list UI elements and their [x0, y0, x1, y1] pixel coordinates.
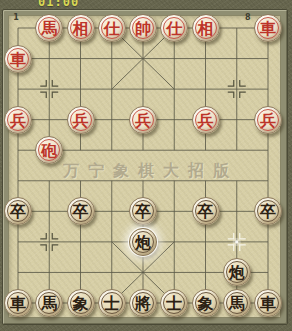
- piece-black-cannon[interactable]: 炮: [129, 228, 157, 256]
- piece-character: 車: [5, 46, 31, 72]
- piece-character: 兵: [68, 107, 94, 133]
- piece-red-cannon[interactable]: 砲: [35, 136, 63, 164]
- piece-character: 卒: [68, 198, 94, 224]
- piece-character: 相: [68, 15, 94, 41]
- piece-character: 卒: [193, 198, 219, 224]
- piece-red-elephant[interactable]: 相: [67, 14, 95, 42]
- piece-black-horse[interactable]: 馬: [223, 289, 251, 317]
- piece-black-general[interactable]: 將: [129, 289, 157, 317]
- piece-character: 炮: [130, 229, 156, 255]
- piece-character: 帥: [130, 15, 156, 41]
- piece-black-elephant[interactable]: 象: [192, 289, 220, 317]
- piece-character: 兵: [255, 107, 281, 133]
- piece-character: 兵: [5, 107, 31, 133]
- piece-red-soldier[interactable]: 兵: [192, 106, 220, 134]
- piece-black-cannon[interactable]: 炮: [223, 258, 251, 286]
- piece-black-soldier[interactable]: 卒: [192, 197, 220, 225]
- piece-character: 馬: [36, 15, 62, 41]
- piece-character: 卒: [5, 198, 31, 224]
- piece-black-chariot[interactable]: 車: [254, 289, 282, 317]
- piece-red-soldier[interactable]: 兵: [254, 106, 282, 134]
- piece-character: 仕: [161, 15, 187, 41]
- piece-character: 士: [99, 290, 125, 316]
- piece-character: 車: [5, 290, 31, 316]
- piece-character: 車: [255, 290, 281, 316]
- xiangqi-board[interactable]: 馬相仕帥仕相車車兵兵兵兵兵砲卒卒卒卒炮卒炮車馬象士將士象馬車: [2, 13, 283, 319]
- piece-red-general[interactable]: 帥: [129, 14, 157, 42]
- piece-character: 砲: [36, 137, 62, 163]
- clock-timer: 01:00: [38, 0, 79, 9]
- piece-red-chariot[interactable]: 車: [4, 45, 32, 73]
- xiangqi-app: 01:00 万宁象棋大招版 馬相仕帥仕相車車兵兵兵兵兵砲卒卒卒卒炮卒炮車馬象士將…: [0, 0, 292, 331]
- piece-red-soldier[interactable]: 兵: [67, 106, 95, 134]
- piece-black-advisor[interactable]: 士: [98, 289, 126, 317]
- piece-black-soldier[interactable]: 卒: [254, 197, 282, 225]
- piece-character: 仕: [99, 15, 125, 41]
- piece-red-horse[interactable]: 馬: [35, 14, 63, 42]
- piece-character: 兵: [193, 107, 219, 133]
- piece-black-chariot[interactable]: 車: [4, 289, 32, 317]
- piece-red-soldier[interactable]: 兵: [129, 106, 157, 134]
- piece-black-elephant[interactable]: 象: [67, 289, 95, 317]
- piece-black-soldier[interactable]: 卒: [129, 197, 157, 225]
- piece-black-horse[interactable]: 馬: [35, 289, 63, 317]
- piece-character: 象: [193, 290, 219, 316]
- piece-red-advisor[interactable]: 仕: [160, 14, 188, 42]
- piece-character: 馬: [224, 290, 250, 316]
- piece-character: 士: [161, 290, 187, 316]
- piece-red-advisor[interactable]: 仕: [98, 14, 126, 42]
- piece-character: 將: [130, 290, 156, 316]
- piece-character: 兵: [130, 107, 156, 133]
- file-number-label: 1: [13, 13, 19, 22]
- piece-character: 卒: [130, 198, 156, 224]
- piece-red-elephant[interactable]: 相: [192, 14, 220, 42]
- piece-character: 相: [193, 15, 219, 41]
- piece-character: 馬: [36, 290, 62, 316]
- piece-black-soldier[interactable]: 卒: [4, 197, 32, 225]
- piece-red-chariot[interactable]: 車: [254, 14, 282, 42]
- piece-character: 車: [255, 15, 281, 41]
- piece-character: 象: [68, 290, 94, 316]
- piece-black-soldier[interactable]: 卒: [67, 197, 95, 225]
- file-number-label: 8: [245, 13, 251, 22]
- piece-character: 卒: [255, 198, 281, 224]
- piece-red-soldier[interactable]: 兵: [4, 106, 32, 134]
- piece-black-advisor[interactable]: 士: [160, 289, 188, 317]
- piece-character: 炮: [224, 259, 250, 285]
